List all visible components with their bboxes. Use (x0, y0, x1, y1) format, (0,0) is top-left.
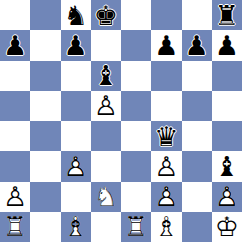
white-piece-outline-layer: ♗ (151, 212, 181, 242)
white-piece-outline-layer: ♙ (91, 91, 121, 121)
square-a6[interactable] (0, 61, 30, 91)
square-a4[interactable] (0, 121, 30, 151)
square-e8[interactable] (121, 0, 151, 30)
piece-black-pawn[interactable]: ♟ (0, 30, 30, 60)
piece-black-pawn[interactable]: ♟ (61, 30, 91, 60)
square-g6[interactable] (182, 61, 212, 91)
square-c6[interactable] (61, 61, 91, 91)
square-h6[interactable] (212, 61, 242, 91)
square-d7[interactable] (91, 30, 121, 60)
square-e1[interactable]: ♜♖ (121, 212, 151, 242)
piece-black-pawn[interactable]: ♟ (212, 30, 242, 60)
square-d8[interactable]: ♚ (91, 0, 121, 30)
square-e2[interactable] (121, 182, 151, 212)
square-c5[interactable] (61, 91, 91, 121)
square-d2[interactable]: ♞♘ (91, 182, 121, 212)
square-f6[interactable] (151, 61, 181, 91)
white-piece-outline-layer: ♖ (0, 212, 30, 242)
square-e4[interactable] (121, 121, 151, 151)
piece-white-pawn[interactable]: ♟♙ (212, 182, 242, 212)
square-b5[interactable] (30, 91, 60, 121)
square-h2[interactable]: ♟♙ (212, 182, 242, 212)
square-b7[interactable] (30, 30, 60, 60)
square-g4[interactable] (182, 121, 212, 151)
square-d5[interactable]: ♟♙ (91, 91, 121, 121)
square-d4[interactable] (91, 121, 121, 151)
piece-white-king[interactable]: ♚♔ (212, 212, 242, 242)
square-f2[interactable]: ♟♙ (151, 182, 181, 212)
square-f7[interactable]: ♟ (151, 30, 181, 60)
square-h3[interactable]: ♝ (212, 151, 242, 181)
piece-white-pawn[interactable]: ♟♙ (151, 182, 181, 212)
square-h1[interactable]: ♚♔ (212, 212, 242, 242)
square-c7[interactable]: ♟ (61, 30, 91, 60)
square-a1[interactable]: ♜♖ (0, 212, 30, 242)
piece-black-pawn[interactable]: ♟ (151, 30, 181, 60)
square-b8[interactable] (30, 0, 60, 30)
square-a7[interactable]: ♟ (0, 30, 30, 60)
piece-white-pawn[interactable]: ♟♙ (151, 151, 181, 181)
square-f1[interactable]: ♝♗ (151, 212, 181, 242)
square-g2[interactable] (182, 182, 212, 212)
square-d3[interactable] (91, 151, 121, 181)
white-piece-outline-layer: ♙ (212, 182, 242, 212)
piece-white-pawn[interactable]: ♟♙ (0, 182, 30, 212)
square-g1[interactable] (182, 212, 212, 242)
chess-board: ♞♚♜♟♟♟♟♟♝♟♙♛♟♙♟♙♝♟♙♞♘♟♙♟♙♜♖♝♗♜♖♝♗♚♔ (0, 0, 242, 242)
piece-black-pawn[interactable]: ♟ (182, 30, 212, 60)
square-g7[interactable]: ♟ (182, 30, 212, 60)
square-h7[interactable]: ♟ (212, 30, 242, 60)
square-h8[interactable]: ♜ (212, 0, 242, 30)
white-piece-outline-layer: ♙ (61, 151, 91, 181)
piece-white-pawn[interactable]: ♟♙ (61, 151, 91, 181)
square-b2[interactable] (30, 182, 60, 212)
square-a3[interactable] (0, 151, 30, 181)
white-piece-outline-layer: ♙ (0, 182, 30, 212)
square-g8[interactable] (182, 0, 212, 30)
square-b3[interactable] (30, 151, 60, 181)
square-d1[interactable] (91, 212, 121, 242)
square-g5[interactable] (182, 91, 212, 121)
piece-white-pawn[interactable]: ♟♙ (91, 91, 121, 121)
square-e6[interactable] (121, 61, 151, 91)
white-piece-outline-layer: ♔ (212, 212, 242, 242)
white-piece-outline-layer: ♘ (91, 182, 121, 212)
square-a2[interactable]: ♟♙ (0, 182, 30, 212)
square-c1[interactable]: ♝♗ (61, 212, 91, 242)
square-c4[interactable] (61, 121, 91, 151)
square-e5[interactable] (121, 91, 151, 121)
square-d6[interactable]: ♝ (91, 61, 121, 91)
piece-white-bishop[interactable]: ♝♗ (61, 212, 91, 242)
square-e7[interactable] (121, 30, 151, 60)
square-h4[interactable] (212, 121, 242, 151)
square-a5[interactable] (0, 91, 30, 121)
white-piece-outline-layer: ♙ (151, 151, 181, 181)
piece-white-bishop[interactable]: ♝♗ (151, 212, 181, 242)
square-b1[interactable] (30, 212, 60, 242)
piece-black-bishop[interactable]: ♝ (91, 61, 121, 91)
piece-white-rook[interactable]: ♜♖ (0, 212, 30, 242)
square-c8[interactable]: ♞ (61, 0, 91, 30)
square-f4[interactable]: ♛ (151, 121, 181, 151)
piece-black-rook[interactable]: ♜ (212, 0, 242, 30)
white-piece-outline-layer: ♗ (61, 212, 91, 242)
piece-white-rook[interactable]: ♜♖ (121, 212, 151, 242)
square-b6[interactable] (30, 61, 60, 91)
square-f8[interactable] (151, 0, 181, 30)
square-f3[interactable]: ♟♙ (151, 151, 181, 181)
piece-black-king[interactable]: ♚ (91, 0, 121, 30)
piece-black-knight[interactable]: ♞ (61, 0, 91, 30)
piece-black-bishop[interactable]: ♝ (212, 151, 242, 181)
square-c2[interactable] (61, 182, 91, 212)
white-piece-outline-layer: ♙ (151, 182, 181, 212)
square-g3[interactable] (182, 151, 212, 181)
piece-white-knight[interactable]: ♞♘ (91, 182, 121, 212)
square-b4[interactable] (30, 121, 60, 151)
square-e3[interactable] (121, 151, 151, 181)
square-f5[interactable] (151, 91, 181, 121)
square-c3[interactable]: ♟♙ (61, 151, 91, 181)
piece-black-queen[interactable]: ♛ (151, 121, 181, 151)
square-h5[interactable] (212, 91, 242, 121)
white-piece-outline-layer: ♖ (121, 212, 151, 242)
square-a8[interactable] (0, 0, 30, 30)
